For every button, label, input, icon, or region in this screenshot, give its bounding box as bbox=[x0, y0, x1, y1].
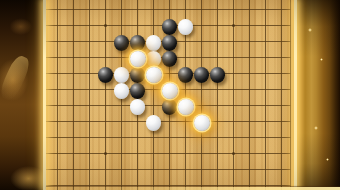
grid-hline bbox=[46, 137, 291, 138]
black-stone bbox=[162, 99, 178, 115]
board-edge-line bbox=[290, 0, 292, 190]
grid-vline bbox=[265, 0, 266, 190]
winning-white-stone bbox=[178, 99, 194, 115]
sparkle-decoration bbox=[314, 126, 318, 130]
grid-vline bbox=[249, 0, 250, 190]
sparkle-decoration bbox=[308, 28, 312, 32]
winning-white-stone bbox=[194, 115, 210, 131]
grid-hline bbox=[46, 169, 291, 170]
grid-vline bbox=[105, 0, 106, 190]
grid-vline bbox=[201, 0, 202, 190]
black-stone bbox=[98, 67, 114, 83]
black-stone bbox=[162, 19, 178, 35]
left-frame-glow-edge bbox=[43, 0, 46, 190]
black-stone bbox=[130, 67, 146, 83]
winning-white-stone bbox=[130, 51, 146, 67]
grid-hline bbox=[46, 185, 291, 186]
star-point bbox=[104, 24, 107, 27]
star-point bbox=[104, 152, 107, 155]
grid-vline bbox=[89, 0, 90, 190]
grid-vline bbox=[153, 0, 154, 190]
black-stone bbox=[162, 51, 178, 67]
grid-vline bbox=[73, 0, 74, 190]
white-stone bbox=[114, 83, 130, 99]
sparkle-decoration bbox=[320, 58, 323, 61]
star-point bbox=[232, 24, 235, 27]
star-point bbox=[232, 152, 235, 155]
grid-vline bbox=[281, 0, 282, 190]
bottom-frame-glow-edge bbox=[46, 187, 340, 190]
white-stone bbox=[146, 51, 162, 67]
winning-white-stone bbox=[146, 67, 162, 83]
gold-leaf-streak bbox=[0, 53, 33, 102]
grid-vline bbox=[233, 0, 234, 190]
right-gold-frame-decoration bbox=[294, 0, 340, 190]
sparkle-decoration bbox=[326, 158, 329, 161]
black-stone bbox=[210, 67, 226, 83]
black-stone bbox=[162, 35, 178, 51]
grid-vline bbox=[217, 0, 218, 190]
gomoku-game-scene bbox=[0, 0, 340, 190]
black-stone bbox=[194, 67, 210, 83]
white-stone bbox=[146, 35, 162, 51]
black-stone bbox=[114, 35, 130, 51]
grid-hline bbox=[46, 121, 291, 122]
black-stone bbox=[130, 83, 146, 99]
white-stone bbox=[178, 19, 194, 35]
white-stone bbox=[130, 99, 146, 115]
grid-hline bbox=[46, 153, 291, 154]
white-stone bbox=[114, 67, 130, 83]
grid-hline bbox=[46, 9, 291, 10]
black-stone bbox=[178, 67, 194, 83]
white-stone bbox=[146, 115, 162, 131]
left-gold-frame-decoration bbox=[0, 0, 46, 190]
black-stone bbox=[130, 35, 146, 51]
right-frame-glow-edge bbox=[294, 0, 297, 190]
board-surface[interactable] bbox=[46, 0, 294, 190]
grid-vline bbox=[57, 0, 58, 190]
grid-hline bbox=[46, 73, 291, 74]
winning-white-stone bbox=[162, 83, 178, 99]
